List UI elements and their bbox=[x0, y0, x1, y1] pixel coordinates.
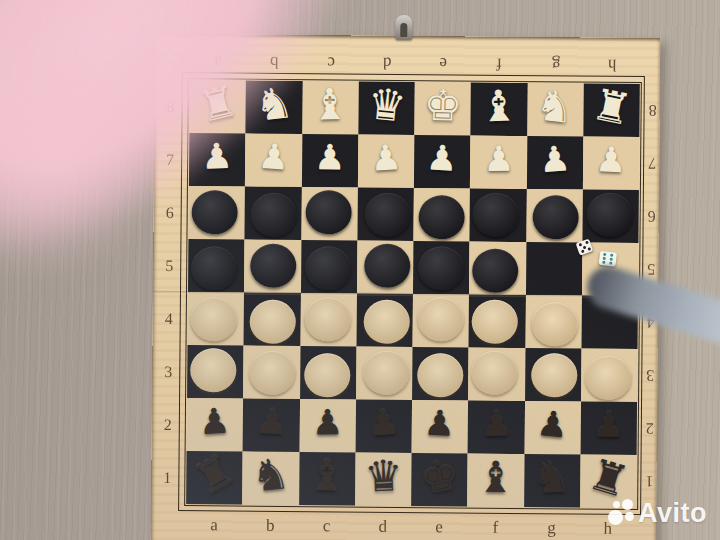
black-pawn: ♟ bbox=[424, 406, 457, 442]
black-knight: ♞ bbox=[250, 452, 293, 498]
dark-checker bbox=[419, 195, 465, 239]
light-checker bbox=[531, 353, 577, 397]
black-rook: ♜ bbox=[584, 452, 633, 504]
black-bishop: ♝ bbox=[307, 454, 347, 498]
light-checker bbox=[531, 302, 577, 346]
square-a7[interactable]: ♟ bbox=[189, 133, 246, 186]
white-pawn: ♟ bbox=[369, 140, 402, 177]
white-pawn: ♟ bbox=[483, 142, 515, 177]
square-g2[interactable]: ♟ bbox=[524, 401, 581, 454]
square-c3[interactable] bbox=[300, 346, 357, 399]
square-b2[interactable]: ♟ bbox=[243, 399, 300, 452]
file-labels-bottom: abcdefgh bbox=[186, 512, 636, 540]
dark-checker bbox=[586, 192, 632, 236]
dark-checker bbox=[305, 246, 351, 290]
dark-checker bbox=[472, 248, 518, 292]
light-checker bbox=[304, 353, 350, 397]
dark-checker bbox=[192, 190, 238, 234]
square-a3[interactable] bbox=[187, 345, 244, 398]
light-checker bbox=[249, 350, 295, 394]
black-rook: ♜ bbox=[187, 447, 242, 503]
square-d6[interactable] bbox=[357, 188, 414, 241]
square-d2[interactable]: ♟ bbox=[355, 400, 412, 453]
square-c6[interactable] bbox=[301, 187, 358, 240]
dark-checker bbox=[364, 192, 410, 236]
square-e1[interactable]: ♚ bbox=[411, 453, 468, 506]
die-showing-6 bbox=[599, 251, 617, 267]
white-rook: ♜ bbox=[588, 82, 634, 132]
file-label-bottom-d: d bbox=[355, 514, 411, 540]
black-pawn: ♟ bbox=[312, 405, 344, 440]
square-b4[interactable] bbox=[244, 293, 301, 346]
square-a4[interactable] bbox=[188, 292, 245, 345]
square-g1[interactable]: ♞ bbox=[524, 454, 581, 507]
white-pawn: ♟ bbox=[426, 140, 459, 177]
clasp-icon bbox=[395, 15, 412, 40]
square-h6[interactable] bbox=[582, 190, 639, 243]
white-pawn: ♟ bbox=[538, 141, 572, 178]
square-b7[interactable]: ♟ bbox=[245, 134, 302, 187]
square-f3[interactable] bbox=[468, 348, 525, 401]
square-g5[interactable] bbox=[525, 242, 582, 295]
white-queen: ♛ bbox=[365, 82, 408, 128]
light-checker bbox=[471, 350, 517, 394]
file-label-top-f: f bbox=[471, 51, 527, 77]
rank-label-left-8: 8 bbox=[158, 80, 182, 133]
square-b1[interactable]: ♞ bbox=[242, 452, 299, 505]
light-checker bbox=[191, 297, 237, 341]
black-king: ♚ bbox=[416, 452, 462, 502]
white-pawn: ♟ bbox=[595, 142, 628, 178]
square-h2[interactable]: ♟ bbox=[580, 402, 637, 455]
black-pawn: ♟ bbox=[535, 406, 570, 444]
rank-label-left-6: 6 bbox=[157, 186, 181, 239]
rank-label-left-2: 2 bbox=[156, 398, 180, 451]
black-pawn: ♟ bbox=[593, 407, 625, 443]
square-e6[interactable] bbox=[413, 188, 470, 241]
avito-watermark: Avito bbox=[608, 498, 707, 529]
black-pawn: ♟ bbox=[198, 403, 231, 440]
square-h8[interactable]: ♜ bbox=[583, 84, 640, 137]
file-label-bottom-f: f bbox=[467, 515, 523, 540]
file-label-bottom-b: b bbox=[242, 513, 298, 539]
white-pawn: ♟ bbox=[314, 140, 346, 175]
square-d1[interactable]: ♛ bbox=[355, 453, 412, 506]
square-h3[interactable] bbox=[581, 349, 638, 402]
square-e4[interactable] bbox=[413, 294, 470, 347]
light-checker bbox=[472, 299, 518, 343]
file-label-top-d: d bbox=[359, 50, 415, 76]
light-checker bbox=[585, 355, 631, 399]
rank-label-left-4: 4 bbox=[157, 292, 181, 345]
dark-checker bbox=[364, 243, 410, 287]
white-knight: ♞ bbox=[534, 83, 577, 130]
dark-checker bbox=[418, 246, 464, 290]
square-f1[interactable]: ♝ bbox=[467, 454, 524, 507]
square-g3[interactable] bbox=[525, 348, 582, 401]
square-d3[interactable] bbox=[356, 347, 413, 400]
avito-logo-text: Avito bbox=[638, 498, 707, 529]
square-g8[interactable]: ♞ bbox=[527, 83, 584, 136]
square-e5[interactable] bbox=[413, 241, 470, 294]
rank-label-left-5: 5 bbox=[157, 239, 181, 292]
square-c2[interactable]: ♟ bbox=[299, 399, 356, 452]
clasp-hole bbox=[400, 23, 407, 37]
square-e2[interactable]: ♟ bbox=[412, 400, 469, 453]
square-e7[interactable]: ♟ bbox=[414, 135, 471, 188]
white-pawn: ♟ bbox=[257, 139, 291, 176]
square-e3[interactable] bbox=[412, 347, 469, 400]
square-e8[interactable]: ♚ bbox=[414, 82, 471, 135]
square-a2[interactable]: ♟ bbox=[187, 398, 244, 451]
square-c7[interactable]: ♟ bbox=[301, 134, 358, 187]
white-knight: ♞ bbox=[252, 81, 295, 128]
white-rook: ♜ bbox=[194, 78, 242, 129]
file-label-top-a: a bbox=[190, 48, 246, 74]
square-f6[interactable] bbox=[470, 189, 527, 242]
square-d7[interactable]: ♟ bbox=[358, 135, 415, 188]
square-f4[interactable] bbox=[469, 295, 526, 348]
square-d4[interactable] bbox=[356, 294, 413, 347]
square-a1[interactable]: ♜ bbox=[186, 451, 243, 504]
file-label-top-b: b bbox=[246, 49, 302, 75]
chess-board: abcdefgh abcdefgh 87654321 87654321 ♜♞♝♛… bbox=[151, 34, 660, 540]
black-pawn: ♟ bbox=[480, 406, 512, 442]
square-b8[interactable]: ♞ bbox=[246, 81, 303, 134]
square-f2[interactable]: ♟ bbox=[468, 401, 525, 454]
square-b6[interactable] bbox=[245, 187, 302, 240]
light-checker bbox=[304, 297, 350, 341]
light-checker bbox=[417, 353, 463, 397]
dark-checker bbox=[532, 195, 578, 239]
dark-checker bbox=[250, 243, 296, 287]
white-king: ♚ bbox=[423, 84, 463, 128]
rank-label-left-7: 7 bbox=[158, 133, 182, 186]
file-label-top-g: g bbox=[527, 51, 583, 77]
rank-labels-left: 87654321 bbox=[155, 80, 183, 504]
black-knight: ♞ bbox=[531, 455, 572, 500]
light-checker bbox=[190, 348, 236, 392]
white-bishop: ♝ bbox=[479, 84, 519, 129]
square-h4[interactable] bbox=[581, 296, 638, 349]
square-a6[interactable] bbox=[188, 186, 245, 239]
file-label-bottom-g: g bbox=[523, 515, 579, 540]
square-g4[interactable] bbox=[525, 295, 582, 348]
square-b3[interactable] bbox=[243, 346, 300, 399]
light-checker bbox=[363, 350, 409, 394]
file-label-bottom-a: a bbox=[186, 512, 242, 538]
file-label-top-e: e bbox=[415, 50, 471, 76]
white-bishop: ♝ bbox=[310, 83, 350, 127]
square-f5[interactable] bbox=[469, 242, 526, 295]
file-labels-top: abcdefgh bbox=[190, 48, 640, 78]
square-f8[interactable]: ♝ bbox=[471, 83, 528, 136]
square-h7[interactable]: ♟ bbox=[583, 137, 640, 190]
light-checker bbox=[250, 299, 296, 343]
file-label-bottom-e: e bbox=[411, 514, 467, 540]
dark-checker bbox=[473, 192, 519, 236]
square-a5[interactable] bbox=[188, 239, 245, 292]
file-label-bottom-c: c bbox=[298, 513, 354, 539]
dark-checker bbox=[305, 190, 351, 234]
square-g7[interactable]: ♟ bbox=[526, 136, 583, 189]
square-c4[interactable] bbox=[300, 293, 357, 346]
black-bishop: ♝ bbox=[476, 456, 515, 499]
black-queen: ♛ bbox=[363, 454, 403, 499]
light-checker bbox=[418, 297, 464, 341]
white-pawn: ♟ bbox=[201, 139, 234, 175]
rank-label-left-3: 3 bbox=[156, 345, 180, 398]
light-checker bbox=[363, 299, 409, 343]
file-label-top-h: h bbox=[584, 52, 640, 78]
square-b5[interactable] bbox=[244, 240, 301, 293]
square-g6[interactable] bbox=[526, 189, 583, 242]
square-c1[interactable]: ♝ bbox=[299, 452, 356, 505]
avito-logo-icon bbox=[608, 499, 635, 529]
file-label-top-c: c bbox=[302, 49, 358, 75]
square-d8[interactable]: ♛ bbox=[358, 82, 415, 135]
dark-checker bbox=[191, 246, 237, 290]
square-d5[interactable] bbox=[357, 241, 414, 294]
square-c5[interactable] bbox=[300, 240, 357, 293]
dark-checker bbox=[251, 192, 297, 236]
black-pawn: ♟ bbox=[367, 405, 401, 442]
rank-label-left-1: 1 bbox=[155, 451, 179, 504]
board-grid: ♜♞♝♛♚♝♞♜♟♟♟♟♟♟♟♟♟♟♟♟♟♟♟♟♜♞♝♛♚♝♞♜ bbox=[186, 80, 640, 508]
square-c8[interactable]: ♝ bbox=[302, 81, 359, 134]
square-a8[interactable]: ♜ bbox=[189, 80, 246, 133]
square-f7[interactable]: ♟ bbox=[470, 136, 527, 189]
black-pawn: ♟ bbox=[254, 404, 287, 441]
